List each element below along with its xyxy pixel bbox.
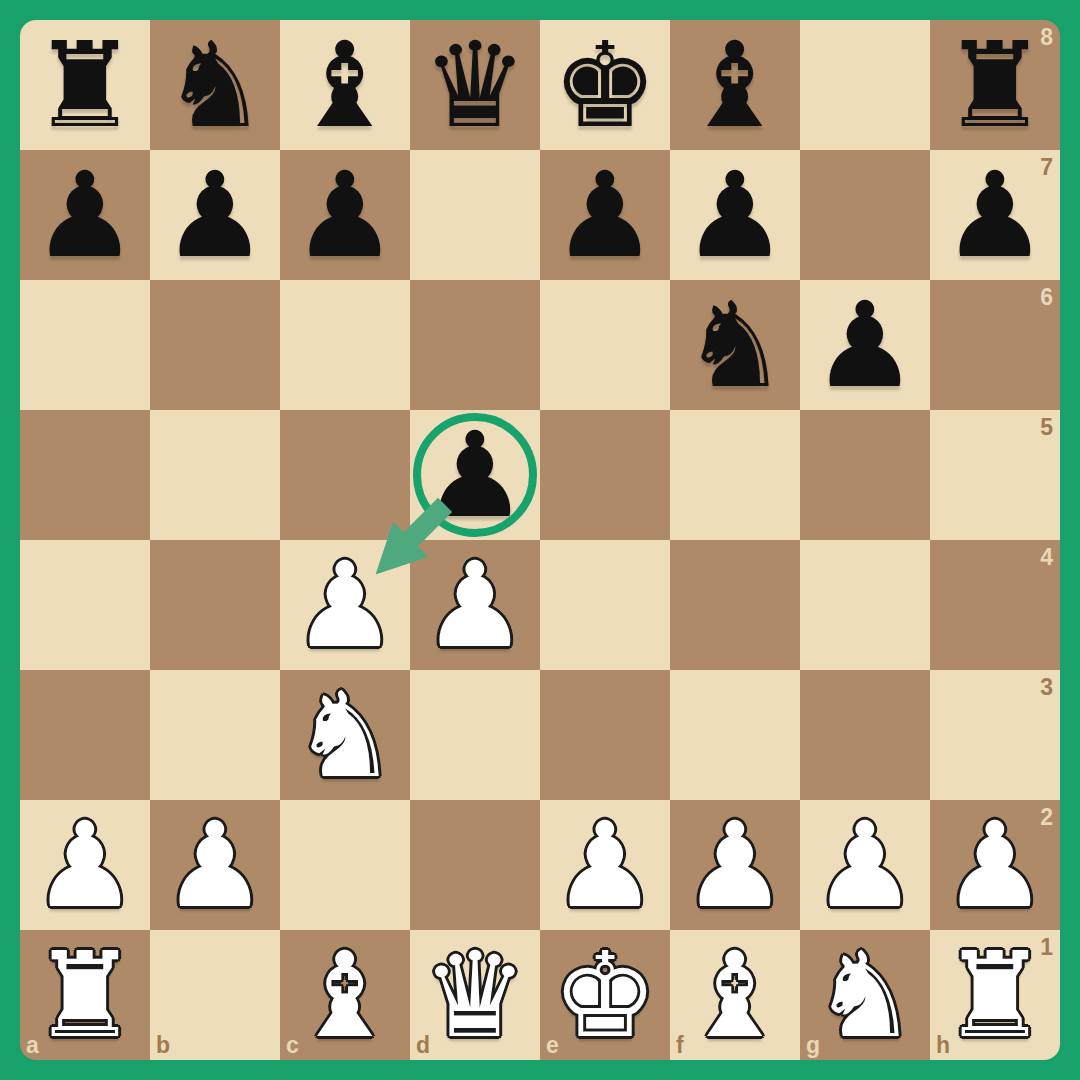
black-king[interactable]: ♚ — [552, 20, 658, 150]
square-g8[interactable] — [800, 20, 930, 150]
square-e5[interactable] — [540, 410, 670, 540]
square-b3[interactable] — [150, 670, 280, 800]
square-h3[interactable]: 3 — [930, 670, 1060, 800]
black-pawn[interactable]: ♟ — [682, 150, 788, 280]
black-rook[interactable]: ♜ — [32, 20, 138, 150]
black-pawn[interactable]: ♟ — [422, 410, 528, 540]
black-pawn[interactable]: ♟ — [942, 150, 1048, 280]
square-h2[interactable]: ♟2 — [930, 800, 1060, 930]
square-f6[interactable]: ♞ — [670, 280, 800, 410]
square-e1[interactable]: ♚e — [540, 930, 670, 1060]
rank-label-6: 6 — [1040, 284, 1053, 311]
square-f2[interactable]: ♟ — [670, 800, 800, 930]
square-c4[interactable]: ♟ — [280, 540, 410, 670]
white-rook[interactable]: ♜ — [942, 930, 1048, 1060]
square-d2[interactable] — [410, 800, 540, 930]
square-c7[interactable]: ♟ — [280, 150, 410, 280]
rank-label-5: 5 — [1040, 414, 1053, 441]
black-bishop[interactable]: ♝ — [682, 20, 788, 150]
square-e8[interactable]: ♚ — [540, 20, 670, 150]
square-h8[interactable]: ♜8 — [930, 20, 1060, 150]
white-rook[interactable]: ♜ — [32, 930, 138, 1060]
square-g2[interactable]: ♟ — [800, 800, 930, 930]
square-b8[interactable]: ♞ — [150, 20, 280, 150]
square-b4[interactable] — [150, 540, 280, 670]
square-h7[interactable]: ♟7 — [930, 150, 1060, 280]
white-king[interactable]: ♚ — [552, 930, 658, 1060]
square-h6[interactable]: 6 — [930, 280, 1060, 410]
square-a5[interactable] — [20, 410, 150, 540]
square-e3[interactable] — [540, 670, 670, 800]
square-e6[interactable] — [540, 280, 670, 410]
white-pawn[interactable]: ♟ — [942, 800, 1048, 930]
white-pawn[interactable]: ♟ — [682, 800, 788, 930]
black-pawn[interactable]: ♟ — [162, 150, 268, 280]
square-g1[interactable]: ♞g — [800, 930, 930, 1060]
square-g4[interactable] — [800, 540, 930, 670]
chess-board: ♜♞♝♛♚♝♜8♟♟♟♟♟♟7♞♟6♟5♟♟4♞3♟♟♟♟♟♟2♜ab♝c♛d♚… — [20, 20, 1060, 1060]
square-d8[interactable]: ♛ — [410, 20, 540, 150]
square-c6[interactable] — [280, 280, 410, 410]
square-a6[interactable] — [20, 280, 150, 410]
square-d7[interactable] — [410, 150, 540, 280]
white-pawn[interactable]: ♟ — [422, 540, 528, 670]
white-knight[interactable]: ♞ — [292, 670, 398, 800]
black-bishop[interactable]: ♝ — [292, 20, 398, 150]
black-pawn[interactable]: ♟ — [552, 150, 658, 280]
square-e4[interactable] — [540, 540, 670, 670]
square-a1[interactable]: ♜a — [20, 930, 150, 1060]
square-b1[interactable]: b — [150, 930, 280, 1060]
white-pawn[interactable]: ♟ — [32, 800, 138, 930]
square-g7[interactable] — [800, 150, 930, 280]
square-d4[interactable]: ♟ — [410, 540, 540, 670]
square-c2[interactable] — [280, 800, 410, 930]
square-d6[interactable] — [410, 280, 540, 410]
square-d5[interactable]: ♟ — [410, 410, 540, 540]
square-a8[interactable]: ♜ — [20, 20, 150, 150]
rank-label-3: 3 — [1040, 674, 1053, 701]
square-h1[interactable]: ♜1h — [930, 930, 1060, 1060]
square-f7[interactable]: ♟ — [670, 150, 800, 280]
white-pawn[interactable]: ♟ — [292, 540, 398, 670]
rank-label-4: 4 — [1040, 544, 1053, 571]
white-pawn[interactable]: ♟ — [162, 800, 268, 930]
square-a2[interactable]: ♟ — [20, 800, 150, 930]
white-bishop[interactable]: ♝ — [682, 930, 788, 1060]
square-a4[interactable] — [20, 540, 150, 670]
black-pawn[interactable]: ♟ — [292, 150, 398, 280]
square-g5[interactable] — [800, 410, 930, 540]
white-pawn[interactable]: ♟ — [812, 800, 918, 930]
square-b5[interactable] — [150, 410, 280, 540]
square-g6[interactable]: ♟ — [800, 280, 930, 410]
square-h4[interactable]: 4 — [930, 540, 1060, 670]
square-f1[interactable]: ♝f — [670, 930, 800, 1060]
square-c5[interactable] — [280, 410, 410, 540]
square-h5[interactable]: 5 — [930, 410, 1060, 540]
square-a7[interactable]: ♟ — [20, 150, 150, 280]
black-knight[interactable]: ♞ — [682, 280, 788, 410]
square-f5[interactable] — [670, 410, 800, 540]
file-label-b: b — [156, 1032, 170, 1059]
square-d1[interactable]: ♛d — [410, 930, 540, 1060]
black-queen[interactable]: ♛ — [422, 20, 528, 150]
square-f4[interactable] — [670, 540, 800, 670]
black-pawn[interactable]: ♟ — [812, 280, 918, 410]
square-e7[interactable]: ♟ — [540, 150, 670, 280]
square-c8[interactable]: ♝ — [280, 20, 410, 150]
chess-app-canvas: ♜♞♝♛♚♝♜8♟♟♟♟♟♟7♞♟6♟5♟♟4♞3♟♟♟♟♟♟2♜ab♝c♛d♚… — [0, 0, 1080, 1080]
white-knight[interactable]: ♞ — [812, 930, 918, 1060]
square-b6[interactable] — [150, 280, 280, 410]
black-rook[interactable]: ♜ — [942, 20, 1048, 150]
white-pawn[interactable]: ♟ — [552, 800, 658, 930]
square-e2[interactable]: ♟ — [540, 800, 670, 930]
square-g3[interactable] — [800, 670, 930, 800]
square-c3[interactable]: ♞ — [280, 670, 410, 800]
square-f8[interactable]: ♝ — [670, 20, 800, 150]
square-b2[interactable]: ♟ — [150, 800, 280, 930]
white-queen[interactable]: ♛ — [422, 930, 528, 1060]
black-knight[interactable]: ♞ — [162, 20, 268, 150]
square-c1[interactable]: ♝c — [280, 930, 410, 1060]
square-d3[interactable] — [410, 670, 540, 800]
square-f3[interactable] — [670, 670, 800, 800]
white-bishop[interactable]: ♝ — [292, 930, 398, 1060]
square-a3[interactable] — [20, 670, 150, 800]
black-pawn[interactable]: ♟ — [32, 150, 138, 280]
square-b7[interactable]: ♟ — [150, 150, 280, 280]
